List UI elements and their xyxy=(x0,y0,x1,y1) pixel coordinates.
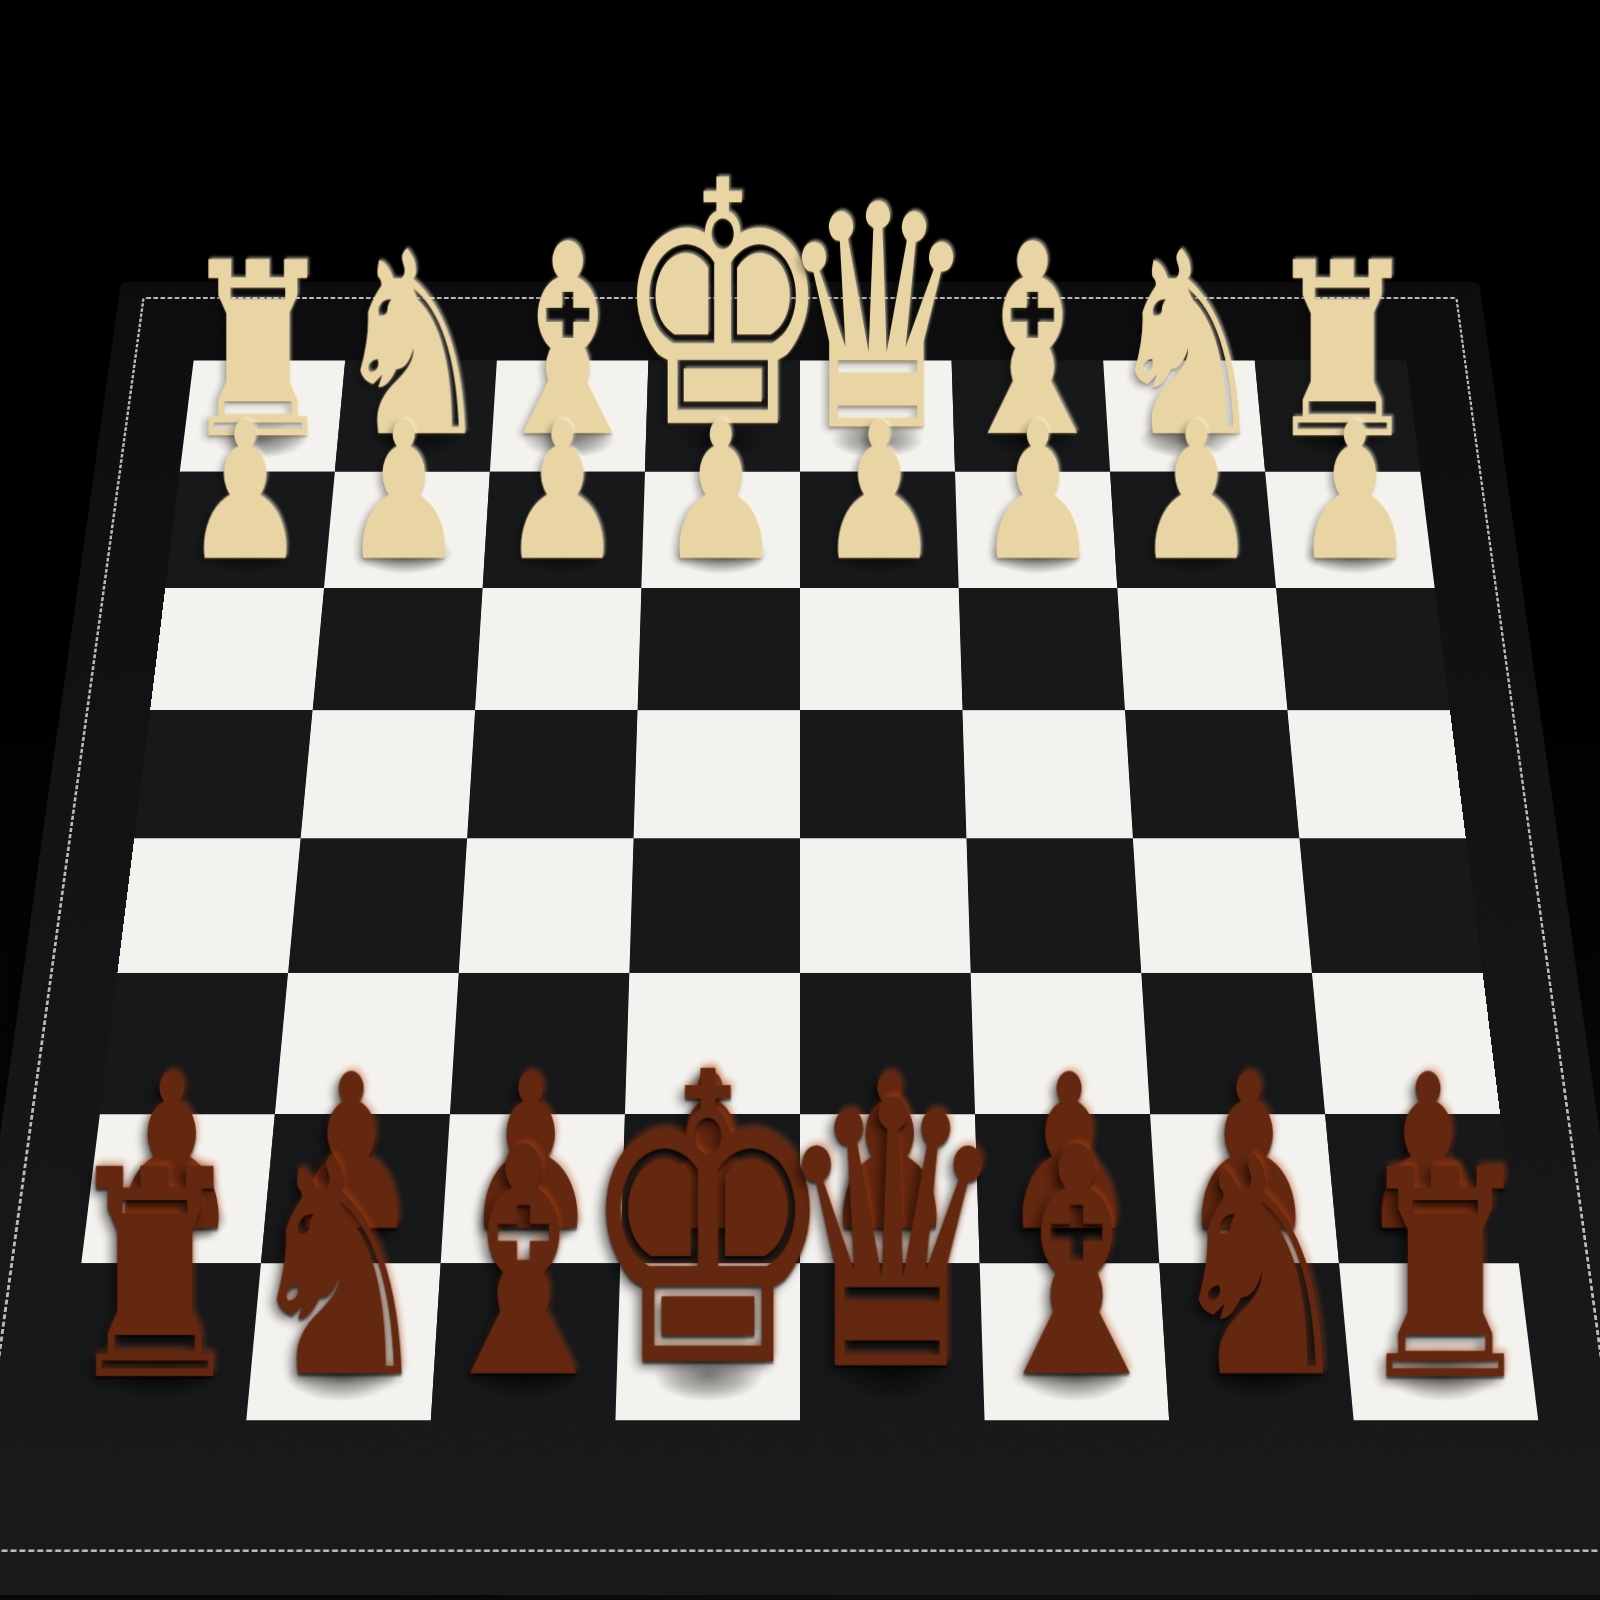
chessboard-grid: ♜♞♝♚♛♝♞♜♟♟♟♟♟♟♟♟♟♟♟♟♟♟♟♟♜♞♝♚♛♝♞♜ xyxy=(62,360,1538,1420)
square-f3[interactable] xyxy=(475,588,641,710)
square-h2[interactable]: ♟ xyxy=(165,472,335,588)
square-f4[interactable] xyxy=(467,710,637,838)
square-c5[interactable] xyxy=(966,838,1141,972)
square-g2[interactable]: ♟ xyxy=(324,472,490,588)
square-d8[interactable]: ♛ xyxy=(800,1263,985,1420)
square-h5[interactable] xyxy=(117,838,300,972)
square-f2[interactable]: ♟ xyxy=(483,472,645,588)
square-b3[interactable] xyxy=(1117,588,1287,710)
square-a8[interactable]: ♜ xyxy=(1339,1263,1538,1420)
square-d3[interactable] xyxy=(800,588,962,710)
piece-light-wood-pawn[interactable]: ♟ xyxy=(183,403,306,583)
square-g3[interactable] xyxy=(313,588,483,710)
square-d2[interactable]: ♟ xyxy=(800,472,959,588)
piece-dark-wood-rook[interactable]: ♜ xyxy=(61,1140,248,1413)
piece-dark-wood-bishop[interactable]: ♝ xyxy=(974,1115,1178,1414)
board-leather-border: ♜♞♝♚♛♝♞♜♟♟♟♟♟♟♟♟♟♟♟♟♟♟♟♟♜♞♝♚♛♝♞♜ xyxy=(0,282,1600,1595)
square-d5[interactable] xyxy=(800,838,971,972)
piece-light-wood-pawn[interactable]: ♟ xyxy=(659,403,782,583)
square-e4[interactable] xyxy=(634,710,800,838)
piece-light-wood-pawn[interactable]: ♟ xyxy=(501,403,624,583)
square-g5[interactable] xyxy=(288,838,467,972)
square-c3[interactable] xyxy=(959,588,1125,710)
square-h4[interactable] xyxy=(134,710,312,838)
piece-light-wood-pawn[interactable]: ♟ xyxy=(818,403,941,583)
piece-light-wood-pawn[interactable]: ♟ xyxy=(342,403,465,583)
scene: ♜♞♝♚♛♝♞♜♟♟♟♟♟♟♟♟♟♟♟♟♟♟♟♟♜♞♝♚♛♝♞♜ xyxy=(0,0,1600,1600)
square-h3[interactable] xyxy=(150,588,324,710)
square-c4[interactable] xyxy=(962,710,1132,838)
square-a4[interactable] xyxy=(1287,710,1465,838)
square-a3[interactable] xyxy=(1276,588,1450,710)
square-g8[interactable]: ♞ xyxy=(246,1263,440,1420)
piece-light-wood-pawn[interactable]: ♟ xyxy=(976,403,1099,583)
square-a2[interactable]: ♟ xyxy=(1265,472,1435,588)
square-e5[interactable] xyxy=(629,838,800,972)
piece-dark-wood-knight[interactable]: ♞ xyxy=(1163,1127,1359,1413)
square-f5[interactable] xyxy=(459,838,634,972)
square-f8[interactable]: ♝ xyxy=(431,1263,620,1420)
square-c8[interactable]: ♝ xyxy=(980,1263,1169,1420)
square-h8[interactable]: ♜ xyxy=(62,1263,261,1420)
square-b5[interactable] xyxy=(1133,838,1312,972)
piece-light-wood-pawn[interactable]: ♟ xyxy=(1135,403,1258,583)
square-e2[interactable]: ♟ xyxy=(641,472,800,588)
piece-dark-wood-bishop[interactable]: ♝ xyxy=(421,1115,625,1414)
piece-dark-wood-rook[interactable]: ♜ xyxy=(1352,1140,1539,1413)
square-d4[interactable] xyxy=(800,710,966,838)
square-b2[interactable]: ♟ xyxy=(1110,472,1276,588)
chessboard-3d: ♜♞♝♚♛♝♞♜♟♟♟♟♟♟♟♟♟♟♟♟♟♟♟♟♜♞♝♚♛♝♞♜ xyxy=(0,282,1600,1595)
square-e3[interactable] xyxy=(638,588,800,710)
square-c2[interactable]: ♟ xyxy=(955,472,1117,588)
square-b8[interactable]: ♞ xyxy=(1159,1263,1353,1420)
piece-light-wood-pawn[interactable]: ♟ xyxy=(1293,403,1416,583)
piece-dark-wood-knight[interactable]: ♞ xyxy=(241,1127,437,1413)
square-a5[interactable] xyxy=(1299,838,1482,972)
square-g4[interactable] xyxy=(301,710,475,838)
square-b4[interactable] xyxy=(1125,710,1299,838)
